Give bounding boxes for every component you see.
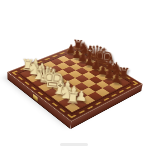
- watermark-smudge: [60, 143, 88, 146]
- piece-black-pawn-h7: ♟: [104, 60, 130, 86]
- chess-board: ♜♞♝♛♚♝♞♜♟♟♟♟♟♟♟♟♟♟♟♟♟♟♟♟♜♞♝♛♚♝♞♜: [7, 45, 142, 122]
- photo-backdrop: ♜♞♝♛♚♝♞♜♟♟♟♟♟♟♟♟♟♟♟♟♟♟♟♟♜♞♝♛♚♝♞♜: [0, 0, 150, 150]
- scene: ♜♞♝♛♚♝♞♜♟♟♟♟♟♟♟♟♟♟♟♟♟♟♟♟♜♞♝♛♚♝♞♜: [0, 0, 150, 150]
- pieces-layer: ♜♞♝♛♚♝♞♜♟♟♟♟♟♟♟♟♟♟♟♟♟♟♟♟♜♞♝♛♚♝♞♜: [7, 45, 142, 122]
- piece-white-rook-h1: ♜: [59, 79, 88, 108]
